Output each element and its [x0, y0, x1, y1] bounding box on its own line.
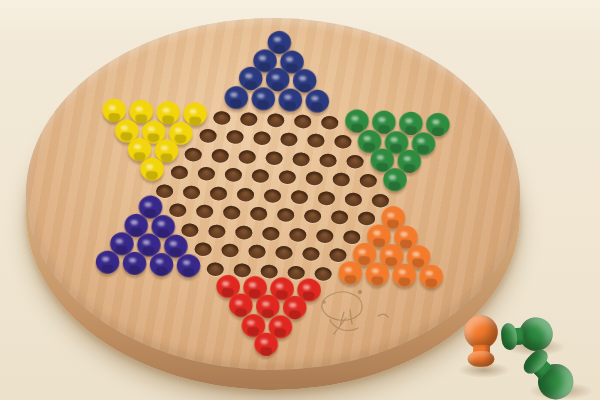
empty-hole-cell[interactable]: [194, 126, 222, 146]
drilled-hole: [251, 169, 269, 183]
drilled-hole: [318, 191, 336, 205]
empty-hole-cell[interactable]: [248, 128, 276, 148]
drilled-hole: [235, 225, 253, 239]
drilled-hole: [321, 115, 339, 129]
drilled-hole: [238, 150, 256, 164]
empty-hole-cell[interactable]: [341, 151, 369, 171]
empty-hole-cell[interactable]: [284, 225, 312, 245]
drilled-hole: [197, 167, 215, 181]
drilled-hole: [278, 170, 296, 184]
purple-peg-cell: ●: [120, 255, 148, 275]
purple-peg[interactable]: ●: [175, 253, 203, 273]
empty-hole-cell[interactable]: [221, 127, 249, 147]
empty-hole-cell[interactable]: [270, 243, 298, 263]
drilled-hole: [210, 186, 228, 200]
purple-peg[interactable]: ●: [121, 251, 149, 271]
drilled-hole: [291, 190, 309, 204]
empty-hole-cell[interactable]: [313, 188, 341, 208]
drilled-hole: [262, 226, 280, 240]
empty-hole-cell[interactable]: [297, 244, 325, 264]
blue-peg[interactable]: ●: [249, 86, 277, 106]
empty-hole-cell[interactable]: [192, 164, 220, 184]
empty-hole-cell[interactable]: [217, 203, 245, 223]
empty-hole-cell[interactable]: [316, 112, 344, 132]
photo-scene: ●●●●●●●●●●●●●●●●●●●●●●●●●●●●●●●●●●●●●●●●…: [0, 0, 600, 400]
empty-hole-cell[interactable]: [179, 144, 207, 164]
empty-hole-cell[interactable]: [273, 167, 301, 187]
drilled-hole: [213, 111, 231, 125]
drilled-hole: [292, 152, 310, 166]
drilled-hole: [267, 113, 285, 127]
drilled-hole: [332, 173, 350, 187]
drilled-hole: [305, 171, 323, 185]
empty-hole-cell[interactable]: [286, 187, 314, 207]
drilled-hole: [183, 185, 201, 199]
empty-hole-cell[interactable]: [243, 242, 271, 262]
empty-hole-cell[interactable]: [203, 221, 231, 241]
empty-hole-cell[interactable]: [260, 148, 288, 168]
star-grid: ●●●●●●●●●●●●●●●●●●●●●●●●●●●●●●●●●●●●●●●●…: [90, 27, 455, 364]
peg-base: [468, 351, 495, 367]
drilled-hole: [264, 189, 282, 203]
drilled-hole: [226, 130, 244, 144]
empty-hole-cell[interactable]: [244, 204, 272, 224]
empty-hole-cell[interactable]: [329, 132, 357, 152]
purple-peg[interactable]: ●: [94, 249, 122, 269]
empty-hole-cell[interactable]: [302, 131, 330, 151]
yellow-peg[interactable]: ●: [138, 157, 166, 177]
drilled-hole: [195, 205, 213, 219]
drilled-hole: [170, 166, 188, 180]
engraved-doodle-icon: [300, 282, 400, 348]
empty-hole-cell[interactable]: [327, 170, 355, 190]
empty-hole-cell[interactable]: [298, 206, 326, 226]
empty-hole-cell[interactable]: [262, 110, 290, 130]
empty-hole-cell[interactable]: [190, 202, 218, 222]
drilled-hole: [253, 131, 271, 145]
orange-peg[interactable]: ●: [363, 261, 391, 281]
drilled-hole: [276, 208, 294, 222]
empty-hole-cell[interactable]: [325, 208, 353, 228]
orange-peg[interactable]: ●: [336, 260, 364, 280]
empty-hole-cell[interactable]: [208, 108, 236, 128]
drilled-hole: [334, 135, 352, 149]
drilled-hole: [280, 132, 298, 146]
drilled-hole: [359, 174, 377, 188]
drilled-hole: [221, 244, 239, 258]
purple-peg-cell: ●: [93, 254, 121, 274]
drilled-hole: [275, 246, 293, 260]
drilled-hole: [303, 209, 321, 223]
empty-hole-cell[interactable]: [257, 224, 285, 244]
empty-hole-cell[interactable]: [300, 169, 328, 189]
yellow-peg-cell: ●: [138, 162, 166, 182]
blue-peg[interactable]: ●: [303, 88, 331, 108]
drilled-hole: [208, 224, 226, 238]
empty-hole-cell[interactable]: [246, 166, 274, 186]
drilled-hole: [346, 154, 364, 168]
empty-hole-cell[interactable]: [275, 130, 303, 150]
purple-peg[interactable]: ●: [148, 252, 176, 272]
empty-hole-cell[interactable]: [314, 150, 342, 170]
green-peg[interactable]: ●: [381, 167, 409, 187]
empty-hole-cell[interactable]: [233, 147, 261, 167]
blue-peg-cell: ●: [222, 89, 250, 109]
drilled-hole: [294, 114, 312, 128]
empty-hole-cell[interactable]: [311, 226, 339, 246]
drilled-hole: [265, 151, 283, 165]
orange-peg[interactable]: ●: [390, 262, 418, 282]
drilled-hole: [240, 112, 258, 126]
empty-hole-cell[interactable]: [205, 183, 233, 203]
drilled-hole: [319, 153, 337, 167]
purple-peg-cell: ●: [147, 257, 175, 277]
empty-hole-cell[interactable]: [235, 109, 263, 129]
red-peg-cell: ●: [252, 337, 280, 357]
orange-peg[interactable]: ●: [417, 264, 445, 284]
drilled-hole: [222, 206, 240, 220]
loose-peg-orange-standing[interactable]: [464, 315, 498, 367]
blue-peg-cell: ●: [249, 91, 277, 111]
empty-hole-cell[interactable]: [216, 241, 244, 261]
red-peg[interactable]: ●: [252, 332, 280, 352]
empty-hole-cell[interactable]: [178, 182, 206, 202]
drilled-hole: [248, 245, 266, 259]
purple-peg-cell: ●: [174, 258, 202, 278]
orange-peg-cell: ●: [417, 268, 445, 288]
drilled-hole: [330, 210, 348, 224]
drilled-hole: [249, 207, 267, 221]
empty-hole-cell[interactable]: [271, 205, 299, 225]
drilled-hole: [224, 168, 242, 182]
drilled-hole: [199, 129, 217, 143]
drilled-hole: [302, 247, 320, 261]
drilled-hole: [211, 148, 229, 162]
empty-hole-cell[interactable]: [287, 149, 315, 169]
green-peg-cell: ●: [381, 172, 409, 192]
empty-hole-cell[interactable]: [354, 171, 382, 191]
blue-peg[interactable]: ●: [276, 87, 304, 107]
empty-hole-cell[interactable]: [340, 189, 368, 209]
empty-hole-cell[interactable]: [259, 186, 287, 206]
blue-peg-cell: ●: [276, 92, 304, 112]
empty-hole-cell[interactable]: [230, 222, 258, 242]
drilled-hole: [184, 147, 202, 161]
blue-peg[interactable]: ●: [222, 85, 250, 105]
drilled-hole: [307, 134, 325, 148]
blue-peg-cell: ●: [303, 93, 331, 113]
empty-hole-cell[interactable]: [206, 146, 234, 166]
drilled-hole: [345, 192, 363, 206]
empty-hole-cell[interactable]: [165, 163, 193, 183]
empty-hole-cell[interactable]: [219, 165, 247, 185]
empty-hole-cell[interactable]: [232, 185, 260, 205]
drilled-hole: [316, 229, 334, 243]
drilled-hole: [237, 187, 255, 201]
drilled-hole: [289, 228, 307, 242]
empty-hole-cell[interactable]: [289, 111, 317, 131]
